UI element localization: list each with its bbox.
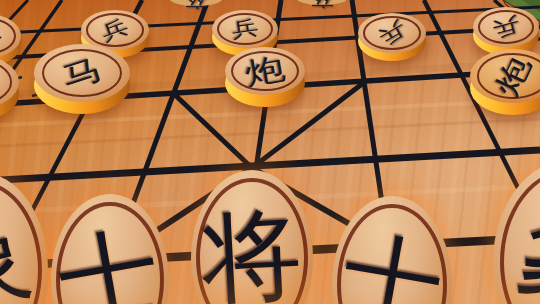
piece-advisor-f1[interactable]: 士: [332, 196, 452, 304]
piece-elephant-g1-partial[interactable]: 象: [493, 159, 540, 304]
piece-face: 士: [332, 196, 452, 304]
piece-elephant-c1-partial[interactable]: 象: [0, 172, 48, 304]
piece-character: 卒: [295, 0, 349, 4]
piece-character: 车: [0, 51, 23, 112]
piece-chariot-a3-partial[interactable]: 车: [0, 55, 19, 109]
piece-face: 炮: [470, 49, 540, 103]
piece-character: 将: [186, 167, 317, 304]
piece-horse-b3[interactable]: 马: [34, 44, 130, 102]
piece-soldier-f4[interactable]: 兵: [358, 13, 426, 53]
piece-character: 象: [469, 142, 540, 304]
piece-general-e1[interactable]: 将: [191, 170, 313, 304]
piece-face: 兵: [212, 10, 278, 48]
piece-far-soldier-1[interactable]: 卒: [169, 0, 223, 6]
piece-face: 马: [34, 44, 130, 102]
piece-face: 炮: [225, 47, 305, 95]
piece-cannon-h3[interactable]: 炮: [470, 49, 540, 103]
piece-face: 兵: [358, 13, 426, 53]
piece-soldier-d4[interactable]: 兵: [212, 10, 278, 48]
piece-character: 卒: [169, 0, 223, 5]
piece-character: 士: [37, 185, 183, 304]
piece-face: 象: [0, 172, 48, 304]
piece-far-soldier-2[interactable]: 卒: [295, 0, 349, 5]
piece-advisor-d1[interactable]: 士: [51, 194, 169, 304]
piece-character: 士: [317, 187, 466, 304]
piece-face: 卒: [295, 0, 349, 5]
piece-face: 将: [191, 170, 313, 304]
piece-soldier-a4-partial[interactable]: 兵: [0, 14, 21, 58]
piece-face: 象: [493, 159, 540, 304]
piece-face: 卒: [169, 0, 223, 6]
piece-cannon-e3[interactable]: 炮: [225, 47, 305, 95]
piece-face: 士: [51, 194, 169, 304]
xiangqi-scene: 卒卒兵兵兵兵兵马炮炮车象士将士象: [0, 0, 540, 304]
